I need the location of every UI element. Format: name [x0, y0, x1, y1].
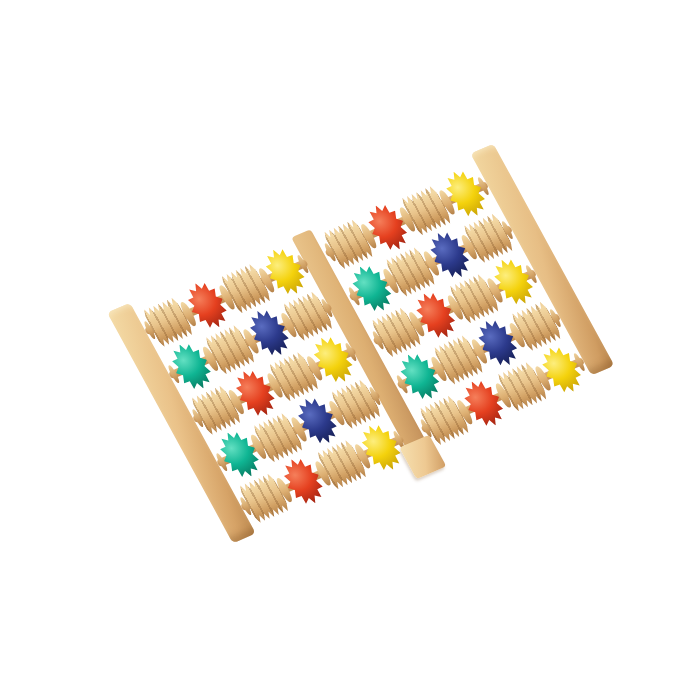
product-photo — [0, 0, 700, 700]
ridged-wood-roller — [495, 359, 550, 414]
ridged-wood-roller — [315, 437, 370, 492]
foot-massager — [110, 151, 617, 538]
